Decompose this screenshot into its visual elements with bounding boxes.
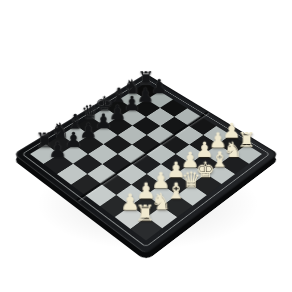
square-a7: ♟ [43,154,72,174]
piece-white-rook: ♜ [135,202,155,225]
chess-board: ♜♞♝♛♚♝♞♜♟♟♟♟♟♟♟♟♟♟♟♟♟♟♟♟♜♞♝♛♚♝♞♜ [13,74,279,255]
board-frame: ♜♞♝♛♚♝♞♜♟♟♟♟♟♟♟♟♟♟♟♟♟♟♟♟♜♞♝♛♚♝♞♜ [13,74,279,255]
square-e5 [132,135,161,154]
piece-black-pawn: ♟ [48,140,67,161]
product-photo-stage: ♜♞♝♛♚♝♞♜♟♟♟♟♟♟♟♟♟♟♟♟♟♟♟♟♜♞♝♛♚♝♞♜ [0,0,292,292]
square-d6 [103,135,132,154]
photo-scene: ♜♞♝♛♚♝♞♜♟♟♟♟♟♟♟♟♟♟♟♟♟♟♟♟♜♞♝♛♚♝♞♜ [0,0,292,292]
board-grid: ♜♞♝♛♚♝♞♜♟♟♟♟♟♟♟♟♟♟♟♟♟♟♟♟♜♞♝♛♚♝♞♜ [30,83,262,240]
